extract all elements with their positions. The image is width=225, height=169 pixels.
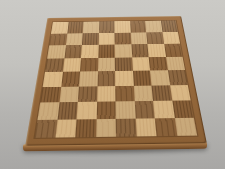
board-square[interactable]	[150, 70, 170, 85]
board-square[interactable]	[75, 119, 96, 138]
board-square[interactable]	[99, 21, 115, 32]
board-square[interactable]	[115, 101, 135, 118]
board-square[interactable]	[83, 21, 99, 32]
board-square[interactable]	[49, 33, 67, 45]
board-square[interactable]	[57, 102, 78, 119]
board-square[interactable]	[96, 101, 116, 118]
chess-board	[37, 0, 193, 149]
board-square[interactable]	[55, 119, 77, 138]
board-square[interactable]	[132, 57, 150, 71]
board-square[interactable]	[115, 57, 133, 71]
board-square[interactable]	[38, 102, 59, 119]
board-square[interactable]	[133, 85, 153, 101]
board-square[interactable]	[135, 118, 156, 137]
board-square[interactable]	[131, 44, 149, 57]
board-square[interactable]	[79, 71, 98, 86]
photo-scene	[0, 0, 225, 169]
board-square[interactable]	[162, 32, 180, 44]
board-square[interactable]	[149, 57, 168, 71]
board-square[interactable]	[167, 70, 187, 85]
board-square[interactable]	[151, 85, 171, 101]
board-square[interactable]	[96, 118, 116, 137]
board-square[interactable]	[115, 85, 134, 101]
board-square[interactable]	[78, 86, 97, 102]
board-square[interactable]	[160, 20, 177, 31]
board-square[interactable]	[98, 45, 115, 58]
board-square[interactable]	[98, 33, 114, 45]
board-square[interactable]	[172, 100, 194, 117]
board-square[interactable]	[132, 71, 151, 86]
board-square[interactable]	[40, 86, 61, 102]
board-square[interactable]	[145, 21, 162, 32]
board-frame	[25, 16, 207, 146]
board-square[interactable]	[155, 118, 177, 137]
board-square[interactable]	[51, 22, 68, 34]
board-square[interactable]	[170, 85, 191, 101]
board-square[interactable]	[147, 44, 165, 57]
board-square[interactable]	[67, 22, 84, 33]
board-square[interactable]	[59, 86, 79, 102]
board-square[interactable]	[98, 57, 115, 71]
board-square[interactable]	[80, 58, 98, 72]
board-square[interactable]	[47, 45, 65, 58]
board-square[interactable]	[115, 71, 133, 86]
board-square[interactable]	[146, 32, 164, 44]
board-square[interactable]	[174, 117, 197, 136]
board-square[interactable]	[97, 86, 116, 102]
board-square[interactable]	[64, 45, 82, 58]
board-square[interactable]	[130, 21, 146, 32]
board-square[interactable]	[43, 72, 63, 87]
board-square[interactable]	[97, 71, 115, 86]
board-square[interactable]	[77, 102, 97, 119]
board-square[interactable]	[116, 118, 137, 137]
board-square[interactable]	[45, 58, 64, 72]
board-square[interactable]	[81, 45, 98, 58]
board-grid	[35, 20, 197, 137]
board-square[interactable]	[130, 32, 147, 44]
board-square[interactable]	[114, 21, 130, 32]
board-square[interactable]	[61, 71, 80, 86]
board-square[interactable]	[63, 58, 81, 72]
board-square[interactable]	[164, 44, 183, 57]
board-square[interactable]	[114, 32, 131, 44]
board-square[interactable]	[153, 101, 174, 118]
board-square[interactable]	[134, 101, 154, 118]
board-square[interactable]	[66, 33, 83, 45]
board-square[interactable]	[166, 56, 185, 70]
board-square[interactable]	[82, 33, 99, 45]
board-square[interactable]	[115, 44, 132, 57]
board-square[interactable]	[35, 119, 57, 138]
